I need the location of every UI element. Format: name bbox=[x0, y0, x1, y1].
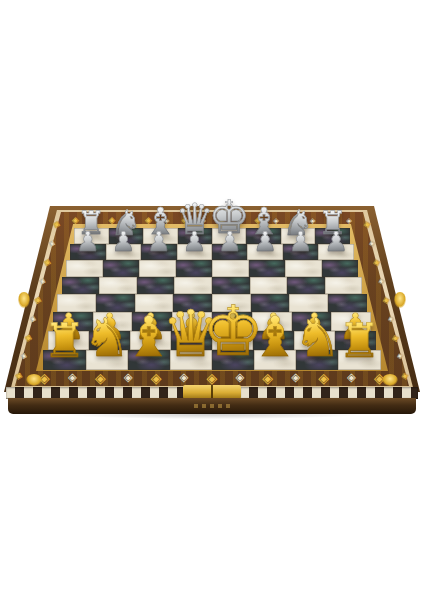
drop-shadow bbox=[10, 413, 414, 425]
rank-row-5 bbox=[62, 277, 362, 294]
square-h6[interactable] bbox=[322, 260, 359, 277]
ivory-diamond-motif-icon: ◈ bbox=[200, 217, 206, 224]
square-a3[interactable] bbox=[53, 312, 93, 331]
ivory-diamond-motif-icon: ◈ bbox=[124, 372, 133, 384]
square-c4[interactable] bbox=[135, 294, 174, 312]
square-g6[interactable] bbox=[285, 260, 322, 277]
square-h2[interactable] bbox=[335, 331, 376, 350]
square-g7[interactable] bbox=[283, 244, 318, 260]
rank-row-8 bbox=[74, 228, 350, 244]
square-b3[interactable] bbox=[93, 312, 133, 331]
square-g3[interactable] bbox=[292, 312, 332, 331]
rank-row-2 bbox=[48, 331, 376, 350]
square-b8[interactable] bbox=[109, 228, 143, 244]
square-b6[interactable] bbox=[103, 260, 140, 277]
square-e1[interactable] bbox=[212, 350, 254, 370]
square-f2[interactable] bbox=[253, 331, 294, 350]
square-a6[interactable] bbox=[66, 260, 103, 277]
square-g4[interactable] bbox=[289, 294, 328, 312]
square-h4[interactable] bbox=[328, 294, 367, 312]
square-a4[interactable] bbox=[57, 294, 96, 312]
square-b1[interactable] bbox=[86, 350, 128, 370]
board-grid bbox=[0, 228, 424, 370]
ivory-diamond-motif-icon: ◈ bbox=[310, 217, 316, 224]
rank-row-3 bbox=[53, 312, 371, 331]
square-d6[interactable] bbox=[176, 260, 213, 277]
square-g8[interactable] bbox=[281, 228, 315, 244]
ivory-diamond-motif-icon: ◈ bbox=[346, 217, 352, 224]
ivory-diamond-motif-icon: ◈ bbox=[235, 372, 244, 384]
ivory-diamond-motif-icon: ◈ bbox=[347, 372, 356, 384]
rank-row-1 bbox=[43, 350, 380, 370]
square-c2[interactable] bbox=[130, 331, 171, 350]
gold-diamond-motif-icon: ◈ bbox=[14, 370, 23, 381]
square-c7[interactable] bbox=[141, 244, 176, 260]
square-d8[interactable] bbox=[178, 228, 212, 244]
square-a5[interactable] bbox=[62, 277, 100, 294]
square-b7[interactable] bbox=[106, 244, 141, 260]
square-c5[interactable] bbox=[137, 277, 175, 294]
square-f3[interactable] bbox=[252, 312, 292, 331]
gold-diamond-motif-icon: ◈ bbox=[400, 370, 409, 381]
gold-diamond-motif-icon: ◈ bbox=[318, 371, 329, 385]
square-d1[interactable] bbox=[170, 350, 212, 370]
square-g1[interactable] bbox=[296, 350, 338, 370]
square-h5[interactable] bbox=[325, 277, 363, 294]
ivory-diamond-motif-icon: ◈ bbox=[273, 217, 279, 224]
square-c1[interactable] bbox=[128, 350, 170, 370]
gold-diamond-motif-icon: ◈ bbox=[262, 371, 273, 385]
gold-diamond-motif-icon: ◈ bbox=[72, 216, 79, 225]
square-e6[interactable] bbox=[212, 260, 249, 277]
square-d3[interactable] bbox=[172, 312, 212, 331]
gold-diamond-motif-icon: ◈ bbox=[145, 216, 152, 225]
chess-set-photo: ◈◈◈◈◈◈◈◈◈◈◈◈◈◈◈◈ ◈◈◈◈◈◈◈◈◈ ◈◈◈◈◈◈◈◈◈ ◈◈◈… bbox=[0, 0, 424, 600]
square-c6[interactable] bbox=[139, 260, 176, 277]
gold-diamond-motif-icon: ◈ bbox=[108, 216, 115, 225]
ivory-diamond-motif-icon: ◈ bbox=[291, 372, 300, 384]
square-h8[interactable] bbox=[315, 228, 349, 244]
rank-row-6 bbox=[66, 260, 358, 277]
gold-diamond-motif-icon: ◈ bbox=[181, 216, 188, 225]
square-d7[interactable] bbox=[177, 244, 212, 260]
square-g5[interactable] bbox=[287, 277, 325, 294]
square-e7[interactable] bbox=[212, 244, 247, 260]
square-g2[interactable] bbox=[294, 331, 335, 350]
square-c8[interactable] bbox=[143, 228, 177, 244]
ivory-diamond-motif-icon: ◈ bbox=[180, 372, 189, 384]
square-a8[interactable] bbox=[74, 228, 108, 244]
gold-diamond-motif-icon: ◈ bbox=[95, 371, 106, 385]
gold-corner-ornament-icon bbox=[26, 374, 42, 386]
square-h3[interactable] bbox=[331, 312, 371, 331]
square-e2[interactable] bbox=[212, 331, 253, 350]
square-e4[interactable] bbox=[212, 294, 251, 312]
ivory-diamond-motif-icon: ◈ bbox=[237, 217, 243, 224]
square-c3[interactable] bbox=[132, 312, 172, 331]
rank-row-7 bbox=[70, 244, 354, 260]
square-a2[interactable] bbox=[48, 331, 89, 350]
square-e5[interactable] bbox=[212, 277, 250, 294]
square-f4[interactable] bbox=[251, 294, 290, 312]
square-b2[interactable] bbox=[89, 331, 130, 350]
square-f5[interactable] bbox=[250, 277, 288, 294]
square-b5[interactable] bbox=[99, 277, 137, 294]
ivory-diamond-motif-icon: ◈ bbox=[68, 372, 77, 384]
square-e8[interactable] bbox=[212, 228, 246, 244]
square-f8[interactable] bbox=[246, 228, 280, 244]
gold-diamond-motif-icon: ◈ bbox=[327, 216, 334, 225]
gold-diamond-motif-icon: ◈ bbox=[254, 216, 261, 225]
diamond-motif-chain-bottom: ◈◈◈◈◈◈◈◈◈◈◈◈◈ bbox=[30, 369, 394, 386]
square-e3[interactable] bbox=[212, 312, 252, 331]
square-f1[interactable] bbox=[254, 350, 296, 370]
gold-side-medallion-icon bbox=[18, 292, 30, 308]
square-d5[interactable] bbox=[174, 277, 212, 294]
square-b4[interactable] bbox=[96, 294, 135, 312]
square-a1[interactable] bbox=[43, 350, 85, 370]
square-h1[interactable] bbox=[338, 350, 380, 370]
square-h7[interactable] bbox=[318, 244, 353, 260]
square-f7[interactable] bbox=[247, 244, 282, 260]
case-center-seam bbox=[194, 404, 230, 408]
gold-diamond-motif-icon: ◈ bbox=[151, 371, 162, 385]
square-a7[interactable] bbox=[70, 244, 105, 260]
rank-row-4 bbox=[57, 294, 366, 312]
gold-diamond-motif-icon: ◈ bbox=[291, 216, 298, 225]
square-d4[interactable] bbox=[173, 294, 212, 312]
gold-diamond-motif-icon: ◈ bbox=[218, 216, 225, 225]
brass-latch bbox=[183, 385, 241, 399]
gold-corner-ornament-icon bbox=[382, 374, 398, 386]
gold-diamond-motif-icon: ◈ bbox=[207, 371, 218, 385]
ivory-diamond-motif-icon: ◈ bbox=[91, 217, 97, 224]
gold-side-medallion-icon bbox=[394, 292, 406, 308]
square-f6[interactable] bbox=[249, 260, 286, 277]
ivory-diamond-motif-icon: ◈ bbox=[164, 217, 170, 224]
ivory-diamond-motif-icon: ◈ bbox=[127, 217, 133, 224]
square-d2[interactable] bbox=[171, 331, 212, 350]
